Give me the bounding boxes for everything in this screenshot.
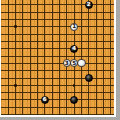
go-app-window: 214356 <box>0 0 120 120</box>
move-number-label: 4 <box>72 46 76 52</box>
grid-line-vertical <box>30 0 31 115</box>
stone-black <box>85 74 93 82</box>
grid-line-vertical <box>22 0 23 115</box>
grid-line-vertical <box>66 0 67 115</box>
grid-line-horizontal <box>1 19 114 20</box>
stone-black-2: 2 <box>85 1 93 9</box>
move-number-label: 6 <box>43 97 47 103</box>
grid-line-horizontal <box>1 41 114 42</box>
move-number-label: 5 <box>72 61 76 67</box>
grid-line-vertical <box>37 0 38 115</box>
board-edge-highlight-bottom <box>0 115 116 117</box>
grid-line-horizontal <box>1 34 114 35</box>
grid-line-horizontal <box>1 63 114 64</box>
grid-line-horizontal <box>1 56 114 57</box>
grid-line-vertical <box>103 0 104 115</box>
grid-line-vertical <box>15 0 16 115</box>
grid-line-vertical <box>59 0 60 115</box>
stone-black-6: 6 <box>41 96 49 104</box>
move-number-label: 3 <box>65 61 69 67</box>
stone-white-1: 1 <box>70 23 78 31</box>
grid-line-vertical <box>110 0 111 115</box>
star-point <box>14 25 16 27</box>
grid-line-horizontal <box>1 12 114 13</box>
stone-white <box>77 59 85 67</box>
grid-line-horizontal <box>1 48 114 49</box>
grid-line-horizontal <box>1 107 114 108</box>
grid-line-vertical <box>88 0 89 115</box>
move-number-label: 1 <box>72 24 76 30</box>
grid-line-horizontal <box>1 78 114 79</box>
star-point <box>73 84 75 86</box>
star-point <box>14 84 16 86</box>
stone-black <box>70 96 78 104</box>
go-board[interactable]: 214356 <box>1 0 114 115</box>
grid-line-vertical <box>8 0 9 115</box>
grid-line-vertical <box>96 0 97 115</box>
board-edge-highlight-left <box>0 0 1 115</box>
grid-line-horizontal <box>1 26 114 27</box>
grid-line-vertical <box>52 0 53 115</box>
board-edge-highlight-right <box>114 0 116 117</box>
grid-line-horizontal <box>1 99 114 100</box>
grid-line-horizontal <box>1 70 114 71</box>
grid-line-horizontal <box>1 85 114 86</box>
move-number-label: 2 <box>87 2 91 8</box>
grid-line-vertical <box>81 0 82 115</box>
grid-line-horizontal <box>1 4 114 5</box>
stone-black-4: 4 <box>70 45 78 53</box>
grid-line-horizontal <box>1 92 114 93</box>
